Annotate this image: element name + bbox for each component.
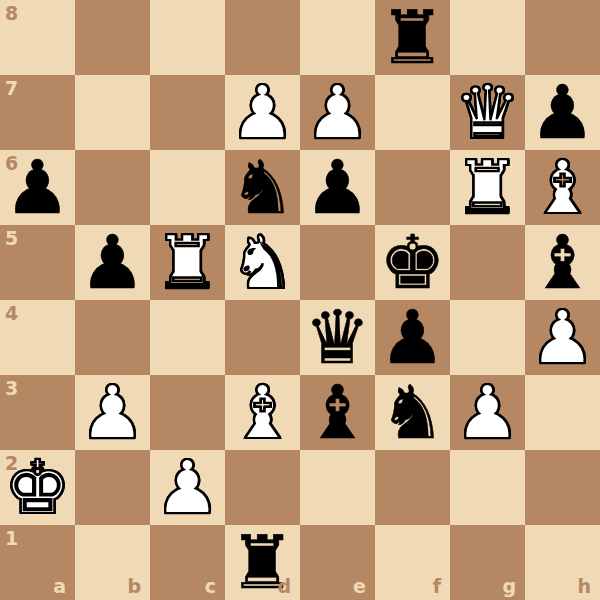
square-c3[interactable] <box>150 375 225 450</box>
piece-white-pawn-d7-icon[interactable]: ♟ <box>229 75 295 150</box>
square-h2[interactable] <box>525 450 600 525</box>
square-d5[interactable]: ♞ <box>225 225 300 300</box>
square-f1[interactable]: f <box>375 525 450 600</box>
square-d3[interactable]: ♝ <box>225 375 300 450</box>
square-e1[interactable]: e <box>300 525 375 600</box>
piece-white-queen-g7-icon[interactable]: ♛ <box>454 75 520 150</box>
square-c6[interactable] <box>150 150 225 225</box>
square-g8[interactable] <box>450 0 525 75</box>
square-b7[interactable] <box>75 75 150 150</box>
square-g7[interactable]: ♛ <box>450 75 525 150</box>
square-a5[interactable]: 5 <box>0 225 75 300</box>
piece-white-knight-d5-icon[interactable]: ♞ <box>229 225 295 300</box>
rank-label-5: 5 <box>5 229 18 248</box>
square-h5[interactable]: ♝ <box>525 225 600 300</box>
square-f4[interactable]: ♟ <box>375 300 450 375</box>
square-b8[interactable] <box>75 0 150 75</box>
piece-black-knight-d6-icon[interactable]: ♞ <box>229 150 295 225</box>
square-g6[interactable]: ♜ <box>450 150 525 225</box>
piece-black-rook-f8-icon[interactable]: ♜ <box>379 0 445 75</box>
piece-white-bishop-h6-icon[interactable]: ♝ <box>529 150 595 225</box>
piece-white-rook-g6-icon[interactable]: ♜ <box>454 150 520 225</box>
square-e8[interactable] <box>300 0 375 75</box>
square-a8[interactable]: 8 <box>0 0 75 75</box>
square-g1[interactable]: g <box>450 525 525 600</box>
chess-board: 8♜7♟♟♛♟6♟♞♟♜♝5♟♜♞♚♝4♛♟♟3♟♝♝♞♟2♚♟1abcd♜ef… <box>0 0 600 600</box>
square-e4[interactable]: ♛ <box>300 300 375 375</box>
square-g2[interactable] <box>450 450 525 525</box>
square-h1[interactable]: h <box>525 525 600 600</box>
file-label-f: f <box>433 577 441 596</box>
square-g5[interactable] <box>450 225 525 300</box>
square-g3[interactable]: ♟ <box>450 375 525 450</box>
square-d4[interactable] <box>225 300 300 375</box>
square-e5[interactable] <box>300 225 375 300</box>
square-g4[interactable] <box>450 300 525 375</box>
rank-label-7: 7 <box>5 79 18 98</box>
rank-label-3: 3 <box>5 379 18 398</box>
piece-black-pawn-h7-icon[interactable]: ♟ <box>529 75 595 150</box>
square-c8[interactable] <box>150 0 225 75</box>
square-f6[interactable] <box>375 150 450 225</box>
rank-label-1: 1 <box>5 529 18 548</box>
file-label-c: c <box>205 577 216 596</box>
square-h4[interactable]: ♟ <box>525 300 600 375</box>
file-label-h: h <box>577 577 591 596</box>
square-b3[interactable]: ♟ <box>75 375 150 450</box>
square-a6[interactable]: 6♟ <box>0 150 75 225</box>
piece-black-bishop-h5-icon[interactable]: ♝ <box>529 225 595 300</box>
piece-white-pawn-g3-icon[interactable]: ♟ <box>454 375 520 450</box>
square-b6[interactable] <box>75 150 150 225</box>
square-b2[interactable] <box>75 450 150 525</box>
square-h7[interactable]: ♟ <box>525 75 600 150</box>
square-e6[interactable]: ♟ <box>300 150 375 225</box>
piece-white-pawn-c2-icon[interactable]: ♟ <box>154 450 220 525</box>
square-b1[interactable]: b <box>75 525 150 600</box>
piece-black-queen-e4-icon[interactable]: ♛ <box>304 300 370 375</box>
file-label-e: e <box>353 577 366 596</box>
square-h8[interactable] <box>525 0 600 75</box>
square-c1[interactable]: c <box>150 525 225 600</box>
square-e3[interactable]: ♝ <box>300 375 375 450</box>
square-a4[interactable]: 4 <box>0 300 75 375</box>
square-c4[interactable] <box>150 300 225 375</box>
square-a3[interactable]: 3 <box>0 375 75 450</box>
square-d2[interactable] <box>225 450 300 525</box>
square-f2[interactable] <box>375 450 450 525</box>
square-h3[interactable] <box>525 375 600 450</box>
square-f5[interactable]: ♚ <box>375 225 450 300</box>
square-b4[interactable] <box>75 300 150 375</box>
square-e2[interactable] <box>300 450 375 525</box>
square-a7[interactable]: 7 <box>0 75 75 150</box>
rank-label-4: 4 <box>5 304 18 323</box>
piece-black-bishop-e3-icon[interactable]: ♝ <box>304 375 370 450</box>
file-label-g: g <box>502 577 516 596</box>
piece-black-pawn-f4-icon[interactable]: ♟ <box>379 300 445 375</box>
piece-black-pawn-e6-icon[interactable]: ♟ <box>304 150 370 225</box>
square-f3[interactable]: ♞ <box>375 375 450 450</box>
square-d6[interactable]: ♞ <box>225 150 300 225</box>
square-c7[interactable] <box>150 75 225 150</box>
square-a1[interactable]: 1a <box>0 525 75 600</box>
square-c2[interactable]: ♟ <box>150 450 225 525</box>
file-label-b: b <box>127 577 141 596</box>
file-label-d: d <box>277 577 291 596</box>
rank-label-2: 2 <box>5 454 18 473</box>
piece-black-king-f5-icon[interactable]: ♚ <box>379 225 445 300</box>
square-e7[interactable]: ♟ <box>300 75 375 150</box>
square-f8[interactable]: ♜ <box>375 0 450 75</box>
square-a2[interactable]: 2♚ <box>0 450 75 525</box>
file-label-a: a <box>53 577 66 596</box>
square-h6[interactable]: ♝ <box>525 150 600 225</box>
piece-white-pawn-h4-icon[interactable]: ♟ <box>529 300 595 375</box>
rank-label-8: 8 <box>5 4 18 23</box>
square-f7[interactable] <box>375 75 450 150</box>
square-c5[interactable]: ♜ <box>150 225 225 300</box>
square-b5[interactable]: ♟ <box>75 225 150 300</box>
piece-black-pawn-b5-icon[interactable]: ♟ <box>79 225 145 300</box>
piece-white-pawn-e7-icon[interactable]: ♟ <box>304 75 370 150</box>
piece-black-knight-f3-icon[interactable]: ♞ <box>379 375 445 450</box>
piece-white-pawn-b3-icon[interactable]: ♟ <box>79 375 145 450</box>
piece-white-rook-c5-icon[interactable]: ♜ <box>154 225 220 300</box>
piece-white-bishop-d3-icon[interactable]: ♝ <box>229 375 295 450</box>
square-d1[interactable]: d♜ <box>225 525 300 600</box>
square-d7[interactable]: ♟ <box>225 75 300 150</box>
rank-label-6: 6 <box>5 154 18 173</box>
square-d8[interactable] <box>225 0 300 75</box>
